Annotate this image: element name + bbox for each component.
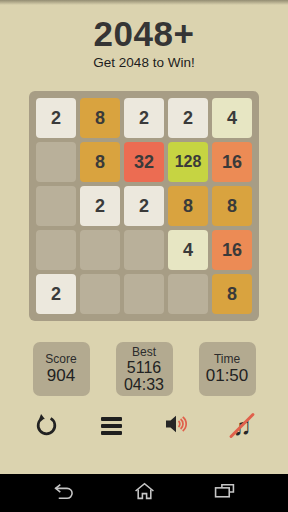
tile-8-r5c5: 8 (212, 274, 252, 314)
menu-button[interactable] (90, 412, 132, 440)
controls-row: ♫ (25, 412, 263, 440)
screen: 2048+ Get 2048 to Win! 28224832128162288… (0, 0, 288, 512)
tile-2-r3c2: 2 (80, 186, 120, 226)
empty-cell-r4c2 (80, 230, 120, 270)
sound-on-icon (164, 413, 190, 439)
navbar (0, 474, 288, 512)
empty-cell-r5c2 (80, 274, 120, 314)
tile-8-r1c2: 8 (80, 98, 120, 138)
empty-cell-r3c1 (36, 186, 76, 226)
tile-2-r3c3: 2 (124, 186, 164, 226)
stats-row: Score 904 Best 5116 04:33 Time 01:50 (0, 342, 288, 396)
empty-cell-r5c4 (168, 274, 208, 314)
score-label: Score (45, 353, 76, 366)
back-button[interactable] (24, 474, 104, 512)
tile-128-r2c4: 128 (168, 142, 208, 182)
statusbar-shade (0, 0, 288, 5)
tile-16-r4c5: 16 (212, 230, 252, 270)
tile-2-r1c4: 2 (168, 98, 208, 138)
recents-icon (214, 483, 235, 503)
recents-button[interactable] (184, 474, 264, 512)
back-icon (53, 483, 76, 504)
page-subtitle: Get 2048 to Win! (0, 55, 288, 71)
empty-cell-r4c3 (124, 230, 164, 270)
tile-8-r3c5: 8 (212, 186, 252, 226)
home-icon (134, 482, 155, 504)
page-title: 2048+ (0, 0, 288, 52)
tile-4-r4c4: 4 (168, 230, 208, 270)
menu-icon (101, 417, 122, 435)
music-button[interactable]: ♫ (221, 412, 263, 440)
restart-icon (34, 412, 59, 441)
best-time-value: 04:33 (124, 376, 164, 393)
tile-2-r1c3: 2 (124, 98, 164, 138)
time-value: 01:50 (206, 366, 249, 385)
time-box: Time 01:50 (199, 342, 256, 396)
tile-8-r3c4: 8 (168, 186, 208, 226)
time-label: Time (214, 353, 240, 366)
restart-button[interactable] (25, 412, 67, 440)
tile-32-r2c3: 32 (124, 142, 164, 182)
tile-16-r2c5: 16 (212, 142, 252, 182)
best-box: Best 5116 04:33 (116, 342, 173, 396)
home-button[interactable] (104, 474, 184, 512)
tile-2-r1c1: 2 (36, 98, 76, 138)
tile-4-r1c5: 4 (212, 98, 252, 138)
empty-cell-r2c1 (36, 142, 76, 182)
score-value: 904 (47, 366, 75, 385)
empty-cell-r5c3 (124, 274, 164, 314)
tile-2-r5c1: 2 (36, 274, 76, 314)
board[interactable]: 2822483212816228841628 (29, 91, 259, 321)
sound-button[interactable] (156, 412, 198, 440)
tile-8-r2c2: 8 (80, 142, 120, 182)
empty-cell-r4c1 (36, 230, 76, 270)
score-box: Score 904 (33, 342, 90, 396)
best-score-value: 5116 (127, 359, 161, 376)
best-label: Best (132, 346, 156, 359)
